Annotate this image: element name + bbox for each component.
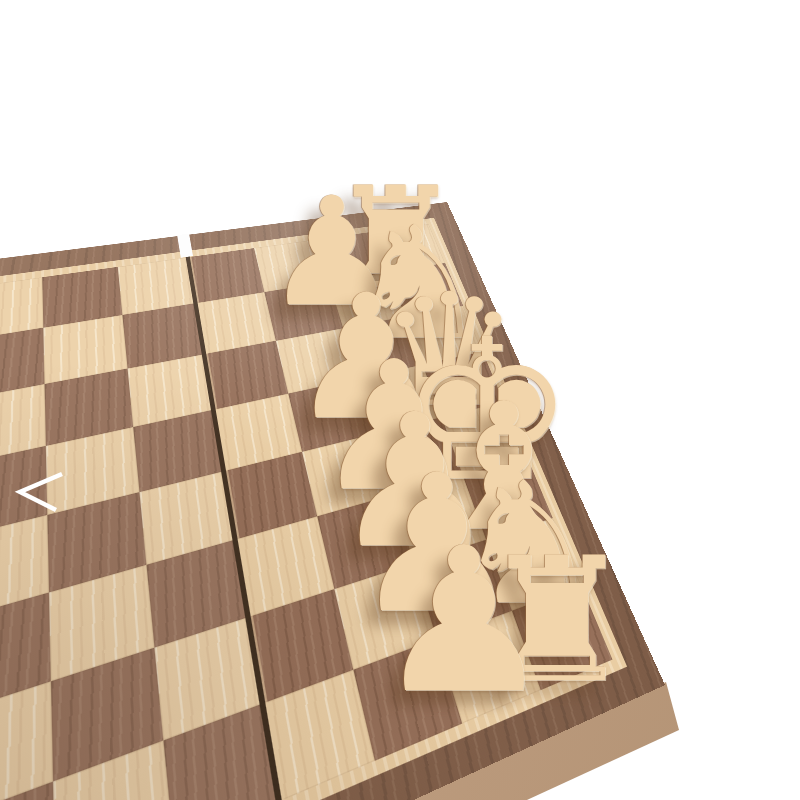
hinge-gap [177,234,193,258]
product-photo-scene: ♜♟♞♛♟♚♟♝♟♞♟♜♟ [0,0,800,800]
chessboard [0,202,665,800]
carousel-prev-button[interactable] [8,462,70,518]
board-grid [0,224,613,800]
square [0,681,52,800]
chevron-left-icon [8,462,70,518]
